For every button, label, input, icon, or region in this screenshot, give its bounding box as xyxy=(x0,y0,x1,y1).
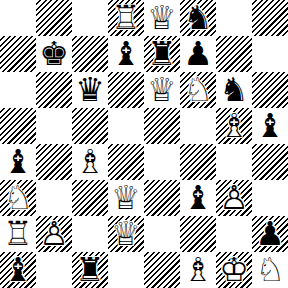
square-b4[interactable] xyxy=(36,144,72,180)
piece-glyph: ♟ xyxy=(252,217,288,250)
square-c1[interactable]: ♜♜ xyxy=(72,252,108,288)
piece-glyph: ♗ xyxy=(216,109,252,142)
piece-glyph: ♝ xyxy=(180,181,216,214)
square-e3[interactable] xyxy=(144,180,180,216)
square-e4[interactable] xyxy=(144,144,180,180)
square-f3[interactable]: ♝♝ xyxy=(180,180,216,216)
black-knight-g6[interactable]: ♞♞ xyxy=(216,72,252,108)
white-pawn-g3[interactable]: ♟♙ xyxy=(216,180,252,216)
square-f4[interactable] xyxy=(180,144,216,180)
square-d8[interactable]: ♜♖ xyxy=(108,0,144,36)
piece-glyph: ♗ xyxy=(180,253,216,286)
piece-glyph: ♙ xyxy=(216,181,252,214)
piece-glyph: ♖ xyxy=(0,217,36,250)
square-d2[interactable]: ♛♕ xyxy=(108,216,144,252)
piece-glyph: ♕ xyxy=(108,181,144,214)
piece-glyph: ♙ xyxy=(36,217,72,250)
piece-glyph: ♜ xyxy=(72,253,108,286)
piece-glyph: ♗ xyxy=(72,145,108,178)
square-e6[interactable]: ♛♕ xyxy=(144,72,180,108)
square-b7[interactable]: ♚♚ xyxy=(36,36,72,72)
square-h2[interactable]: ♟♟ xyxy=(252,216,288,252)
black-bishop-a1[interactable]: ♝♝ xyxy=(0,252,36,288)
black-bishop-a4[interactable]: ♝♝ xyxy=(0,144,36,180)
square-h3[interactable] xyxy=(252,180,288,216)
square-e7[interactable]: ♜♜ xyxy=(144,36,180,72)
square-h8[interactable] xyxy=(252,0,288,36)
white-rook-a2[interactable]: ♜♖ xyxy=(0,216,36,252)
square-g7[interactable] xyxy=(216,36,252,72)
square-d7[interactable]: ♝♝ xyxy=(108,36,144,72)
black-pawn-f7[interactable]: ♟♟ xyxy=(180,36,216,72)
square-e2[interactable] xyxy=(144,216,180,252)
piece-glyph: ♘ xyxy=(180,73,216,106)
square-g2[interactable] xyxy=(216,216,252,252)
square-b1[interactable] xyxy=(36,252,72,288)
white-bishop-c4[interactable]: ♝♗ xyxy=(72,144,108,180)
square-a7[interactable] xyxy=(0,36,36,72)
square-d4[interactable] xyxy=(108,144,144,180)
black-queen-c6[interactable]: ♛♛ xyxy=(72,72,108,108)
white-queen-e8[interactable]: ♛♕ xyxy=(144,0,180,36)
white-queen-e6[interactable]: ♛♕ xyxy=(144,72,180,108)
square-a5[interactable] xyxy=(0,108,36,144)
square-b3[interactable] xyxy=(36,180,72,216)
square-e1[interactable] xyxy=(144,252,180,288)
square-c8[interactable] xyxy=(72,0,108,36)
square-h1[interactable]: ♞♘ xyxy=(252,252,288,288)
piece-glyph: ♟ xyxy=(180,37,216,70)
square-f5[interactable] xyxy=(180,108,216,144)
square-b2[interactable]: ♟♙ xyxy=(36,216,72,252)
piece-glyph: ♕ xyxy=(144,73,180,106)
square-f6[interactable]: ♞♘ xyxy=(180,72,216,108)
square-h4[interactable] xyxy=(252,144,288,180)
square-h7[interactable] xyxy=(252,36,288,72)
square-h6[interactable] xyxy=(252,72,288,108)
black-rook-c1[interactable]: ♜♜ xyxy=(72,252,108,288)
black-bishop-h5[interactable]: ♝♝ xyxy=(252,108,288,144)
piece-glyph: ♝ xyxy=(0,253,36,286)
piece-glyph: ♘ xyxy=(0,181,36,214)
square-c7[interactable] xyxy=(72,36,108,72)
white-bishop-f1[interactable]: ♝♗ xyxy=(180,252,216,288)
square-a6[interactable] xyxy=(0,72,36,108)
white-queen-d3[interactable]: ♛♕ xyxy=(108,180,144,216)
square-d3[interactable]: ♛♕ xyxy=(108,180,144,216)
square-g1[interactable]: ♚♔ xyxy=(216,252,252,288)
square-d1[interactable] xyxy=(108,252,144,288)
piece-glyph: ♜ xyxy=(144,37,180,70)
chess-board: ♜♖♛♕♞♞♚♚♝♝♜♜♟♟♛♛♛♕♞♘♞♞♝♗♝♝♝♝♝♗♞♘♛♕♝♝♟♙♜♖… xyxy=(0,0,288,288)
square-b8[interactable] xyxy=(36,0,72,36)
square-g3[interactable]: ♟♙ xyxy=(216,180,252,216)
square-c3[interactable] xyxy=(72,180,108,216)
square-c2[interactable] xyxy=(72,216,108,252)
square-g8[interactable] xyxy=(216,0,252,36)
square-f2[interactable] xyxy=(180,216,216,252)
square-f8[interactable]: ♞♞ xyxy=(180,0,216,36)
square-c6[interactable]: ♛♛ xyxy=(72,72,108,108)
piece-glyph: ♕ xyxy=(108,217,144,250)
piece-glyph: ♛ xyxy=(72,73,108,106)
black-pawn-h2[interactable]: ♟♟ xyxy=(252,216,288,252)
square-a3[interactable]: ♞♘ xyxy=(0,180,36,216)
square-a2[interactable]: ♜♖ xyxy=(0,216,36,252)
piece-glyph: ♕ xyxy=(144,1,180,34)
square-c4[interactable]: ♝♗ xyxy=(72,144,108,180)
black-knight-f8[interactable]: ♞♞ xyxy=(180,0,216,36)
piece-glyph: ♝ xyxy=(252,109,288,142)
square-d5[interactable] xyxy=(108,108,144,144)
piece-glyph: ♝ xyxy=(108,37,144,70)
white-king-g1[interactable]: ♚♔ xyxy=(216,252,252,288)
white-knight-a3[interactable]: ♞♘ xyxy=(0,180,36,216)
piece-glyph: ♚ xyxy=(36,37,72,70)
square-f1[interactable]: ♝♗ xyxy=(180,252,216,288)
piece-glyph: ♞ xyxy=(216,73,252,106)
square-b6[interactable] xyxy=(36,72,72,108)
black-rook-e7[interactable]: ♜♜ xyxy=(144,36,180,72)
black-bishop-d7[interactable]: ♝♝ xyxy=(108,36,144,72)
square-c5[interactable] xyxy=(72,108,108,144)
square-a1[interactable]: ♝♝ xyxy=(0,252,36,288)
white-queen-d2[interactable]: ♛♕ xyxy=(108,216,144,252)
piece-glyph: ♔ xyxy=(216,253,252,286)
black-bishop-f3[interactable]: ♝♝ xyxy=(180,180,216,216)
square-b5[interactable] xyxy=(36,108,72,144)
piece-glyph: ♖ xyxy=(108,1,144,34)
square-g5[interactable]: ♝♗ xyxy=(216,108,252,144)
square-e5[interactable] xyxy=(144,108,180,144)
square-g4[interactable] xyxy=(216,144,252,180)
square-h5[interactable]: ♝♝ xyxy=(252,108,288,144)
square-a4[interactable]: ♝♝ xyxy=(0,144,36,180)
square-g6[interactable]: ♞♞ xyxy=(216,72,252,108)
white-knight-h1[interactable]: ♞♘ xyxy=(252,252,288,288)
piece-glyph: ♘ xyxy=(252,253,288,286)
piece-glyph: ♝ xyxy=(0,145,36,178)
white-pawn-b2[interactable]: ♟♙ xyxy=(36,216,72,252)
square-e8[interactable]: ♛♕ xyxy=(144,0,180,36)
black-king-b7[interactable]: ♚♚ xyxy=(36,36,72,72)
white-bishop-g5[interactable]: ♝♗ xyxy=(216,108,252,144)
white-rook-d8[interactable]: ♜♖ xyxy=(108,0,144,36)
piece-glyph: ♞ xyxy=(180,1,216,34)
square-a8[interactable] xyxy=(0,0,36,36)
square-d6[interactable] xyxy=(108,72,144,108)
square-f7[interactable]: ♟♟ xyxy=(180,36,216,72)
white-knight-f6[interactable]: ♞♘ xyxy=(180,72,216,108)
